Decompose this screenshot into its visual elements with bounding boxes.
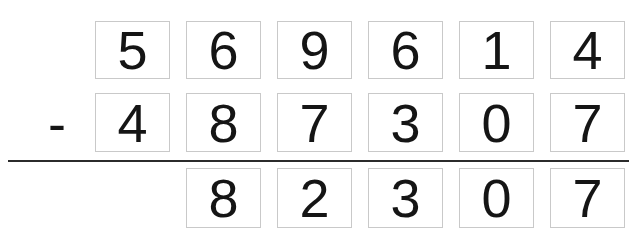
minus-sign: - [4, 93, 79, 152]
subtraction-grid: 5 6 9 6 1 4 - 4 8 7 3 0 7 8 2 3 0 7 [4, 21, 625, 228]
subtrahend-cell: 4 [95, 93, 170, 152]
minuend-cell: 6 [368, 21, 443, 79]
subtrahend-cell: 7 [277, 93, 352, 152]
minuend-cell: 4 [550, 21, 625, 79]
subtrahend-cell: 7 [550, 93, 625, 152]
minuend-cell: 1 [459, 21, 534, 79]
difference-cell[interactable]: 3 [368, 168, 443, 228]
minuend-cell: 5 [95, 21, 170, 79]
difference-cell[interactable]: 2 [277, 168, 352, 228]
subtrahend-cell: 3 [368, 93, 443, 152]
subtraction-worksheet: 5 6 9 6 1 4 - 4 8 7 3 0 7 8 2 3 0 7 [0, 0, 640, 247]
subtrahend-cell: 0 [459, 93, 534, 152]
subtrahend-cell: 8 [186, 93, 261, 152]
minuend-cell: 9 [277, 21, 352, 79]
equals-rule-line [8, 160, 629, 162]
difference-cell[interactable]: 0 [459, 168, 534, 228]
difference-cell[interactable]: 8 [186, 168, 261, 228]
minuend-cell: 6 [186, 21, 261, 79]
difference-cell[interactable]: 7 [550, 168, 625, 228]
